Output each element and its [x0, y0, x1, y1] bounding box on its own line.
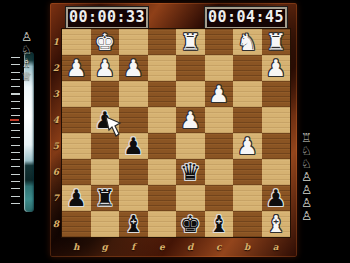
rank-label-8: 8 [50, 211, 62, 237]
square-e2[interactable] [148, 55, 177, 81]
rank-label-1: 1 [50, 29, 62, 55]
piece-black-bishop[interactable]: ♝ [208, 211, 229, 237]
square-f1[interactable] [119, 29, 148, 55]
captured-black-pawn-icon: ♙ [301, 210, 312, 223]
file-label-f: f [119, 239, 148, 255]
square-c7[interactable] [205, 185, 234, 211]
square-h7[interactable]: ♟ [62, 185, 91, 211]
file-label-a: a [262, 239, 291, 255]
square-h8[interactable] [62, 211, 91, 237]
square-b5[interactable]: ♟ [233, 133, 262, 159]
square-d3[interactable] [176, 81, 205, 107]
piece-white-bishop[interactable]: ♝ [265, 211, 286, 237]
right-clock: 00:04:45 [205, 7, 287, 29]
piece-black-queen[interactable]: ♛ [180, 159, 201, 185]
square-e6[interactable] [148, 159, 177, 185]
square-d1[interactable]: ♜ [176, 29, 205, 55]
rank-label-3: 3 [50, 81, 62, 107]
square-c1[interactable] [205, 29, 234, 55]
piece-black-king[interactable]: ♚ [180, 211, 201, 237]
file-label-d: d [176, 239, 205, 255]
square-b7[interactable] [233, 185, 262, 211]
app-window: ♙♘♗♕ ♖♘♘♙♙♙♙ 00:00:33 00:04:45 12345678 … [0, 0, 350, 263]
square-c8[interactable]: ♝ [205, 211, 234, 237]
square-c3[interactable]: ♟ [205, 81, 234, 107]
square-g4[interactable]: ♟ [91, 107, 120, 133]
piece-black-pawn[interactable]: ♟ [265, 185, 286, 211]
piece-white-pawn[interactable]: ♟ [180, 107, 201, 133]
piece-black-bishop[interactable]: ♝ [123, 211, 144, 237]
square-a8[interactable]: ♝ [262, 211, 291, 237]
square-a7[interactable]: ♟ [262, 185, 291, 211]
square-f2[interactable]: ♟ [119, 55, 148, 81]
rank-label-2: 2 [50, 55, 62, 81]
square-h2[interactable]: ♟ [62, 55, 91, 81]
square-c4[interactable] [205, 107, 234, 133]
square-e7[interactable] [148, 185, 177, 211]
square-g6[interactable] [91, 159, 120, 185]
square-f4[interactable] [119, 107, 148, 133]
square-c5[interactable] [205, 133, 234, 159]
square-g1[interactable]: ♚ [91, 29, 120, 55]
piece-white-pawn[interactable]: ♟ [208, 81, 229, 107]
file-labels: hgfedcba [62, 239, 290, 255]
square-b8[interactable] [233, 211, 262, 237]
piece-white-knight[interactable]: ♞ [237, 29, 258, 55]
square-d7[interactable] [176, 185, 205, 211]
file-label-h: h [62, 239, 91, 255]
square-b2[interactable] [233, 55, 262, 81]
square-h3[interactable] [62, 81, 91, 107]
square-g8[interactable] [91, 211, 120, 237]
piece-black-rook[interactable]: ♜ [94, 185, 115, 211]
piece-white-pawn[interactable]: ♟ [237, 133, 258, 159]
square-e8[interactable] [148, 211, 177, 237]
file-label-c: c [205, 239, 234, 255]
square-f6[interactable] [119, 159, 148, 185]
piece-white-pawn[interactable]: ♟ [123, 55, 144, 81]
square-h1[interactable] [62, 29, 91, 55]
captured-white-queen-icon: ♕ [21, 70, 32, 83]
piece-black-pawn[interactable]: ♟ [123, 133, 144, 159]
square-b1[interactable]: ♞ [233, 29, 262, 55]
square-a1[interactable]: ♜ [262, 29, 291, 55]
square-f3[interactable] [119, 81, 148, 107]
piece-white-pawn[interactable]: ♟ [94, 55, 115, 81]
square-d2[interactable] [176, 55, 205, 81]
rank-label-6: 6 [50, 159, 62, 185]
square-f8[interactable]: ♝ [119, 211, 148, 237]
square-g2[interactable]: ♟ [91, 55, 120, 81]
square-c6[interactable] [205, 159, 234, 185]
rank-labels: 12345678 [50, 29, 62, 237]
board-frame: 00:00:33 00:04:45 12345678 ♚♜♞♜♟♟♟♟♟♟♟♟♟… [50, 3, 297, 257]
square-h6[interactable] [62, 159, 91, 185]
rank-label-5: 5 [50, 133, 62, 159]
piece-white-rook[interactable]: ♜ [180, 29, 201, 55]
piece-white-pawn[interactable]: ♟ [66, 55, 87, 81]
chess-board[interactable]: ♚♜♞♜♟♟♟♟♟♟♟♟♟♛♟♜♟♝♚♝♝ [62, 29, 290, 237]
rank-label-7: 7 [50, 185, 62, 211]
left-clock: 00:00:33 [66, 7, 148, 29]
square-h4[interactable] [62, 107, 91, 133]
square-a2[interactable]: ♟ [262, 55, 291, 81]
evaluation-marker [10, 119, 19, 121]
square-a5[interactable] [262, 133, 291, 159]
square-e3[interactable] [148, 81, 177, 107]
evaluation-ticks [11, 57, 20, 204]
captured-black-pieces-tray: ♖♘♘♙♙♙♙ [301, 132, 312, 223]
piece-white-king[interactable]: ♚ [94, 29, 115, 55]
square-d8[interactable]: ♚ [176, 211, 205, 237]
file-label-g: g [91, 239, 120, 255]
file-label-e: e [148, 239, 177, 255]
rank-label-4: 4 [50, 107, 62, 133]
square-a3[interactable] [262, 81, 291, 107]
piece-black-pawn[interactable]: ♟ [94, 107, 115, 133]
square-h5[interactable] [62, 133, 91, 159]
square-e1[interactable] [148, 29, 177, 55]
square-a4[interactable] [262, 107, 291, 133]
square-g3[interactable] [91, 81, 120, 107]
piece-black-pawn[interactable]: ♟ [66, 185, 87, 211]
square-b3[interactable] [233, 81, 262, 107]
square-f7[interactable] [119, 185, 148, 211]
square-f5[interactable]: ♟ [119, 133, 148, 159]
square-c2[interactable] [205, 55, 234, 81]
square-d6[interactable]: ♛ [176, 159, 205, 185]
square-g7[interactable]: ♜ [91, 185, 120, 211]
square-e4[interactable] [148, 107, 177, 133]
square-g5[interactable] [91, 133, 120, 159]
square-a6[interactable] [262, 159, 291, 185]
square-b4[interactable] [233, 107, 262, 133]
square-b6[interactable] [233, 159, 262, 185]
file-label-b: b [233, 239, 262, 255]
piece-white-pawn[interactable]: ♟ [265, 55, 286, 81]
square-e5[interactable] [148, 133, 177, 159]
captured-white-pieces-tray: ♙♘♗♕ [21, 31, 32, 83]
square-d5[interactable] [176, 133, 205, 159]
piece-white-rook[interactable]: ♜ [265, 29, 286, 55]
square-d4[interactable]: ♟ [176, 107, 205, 133]
